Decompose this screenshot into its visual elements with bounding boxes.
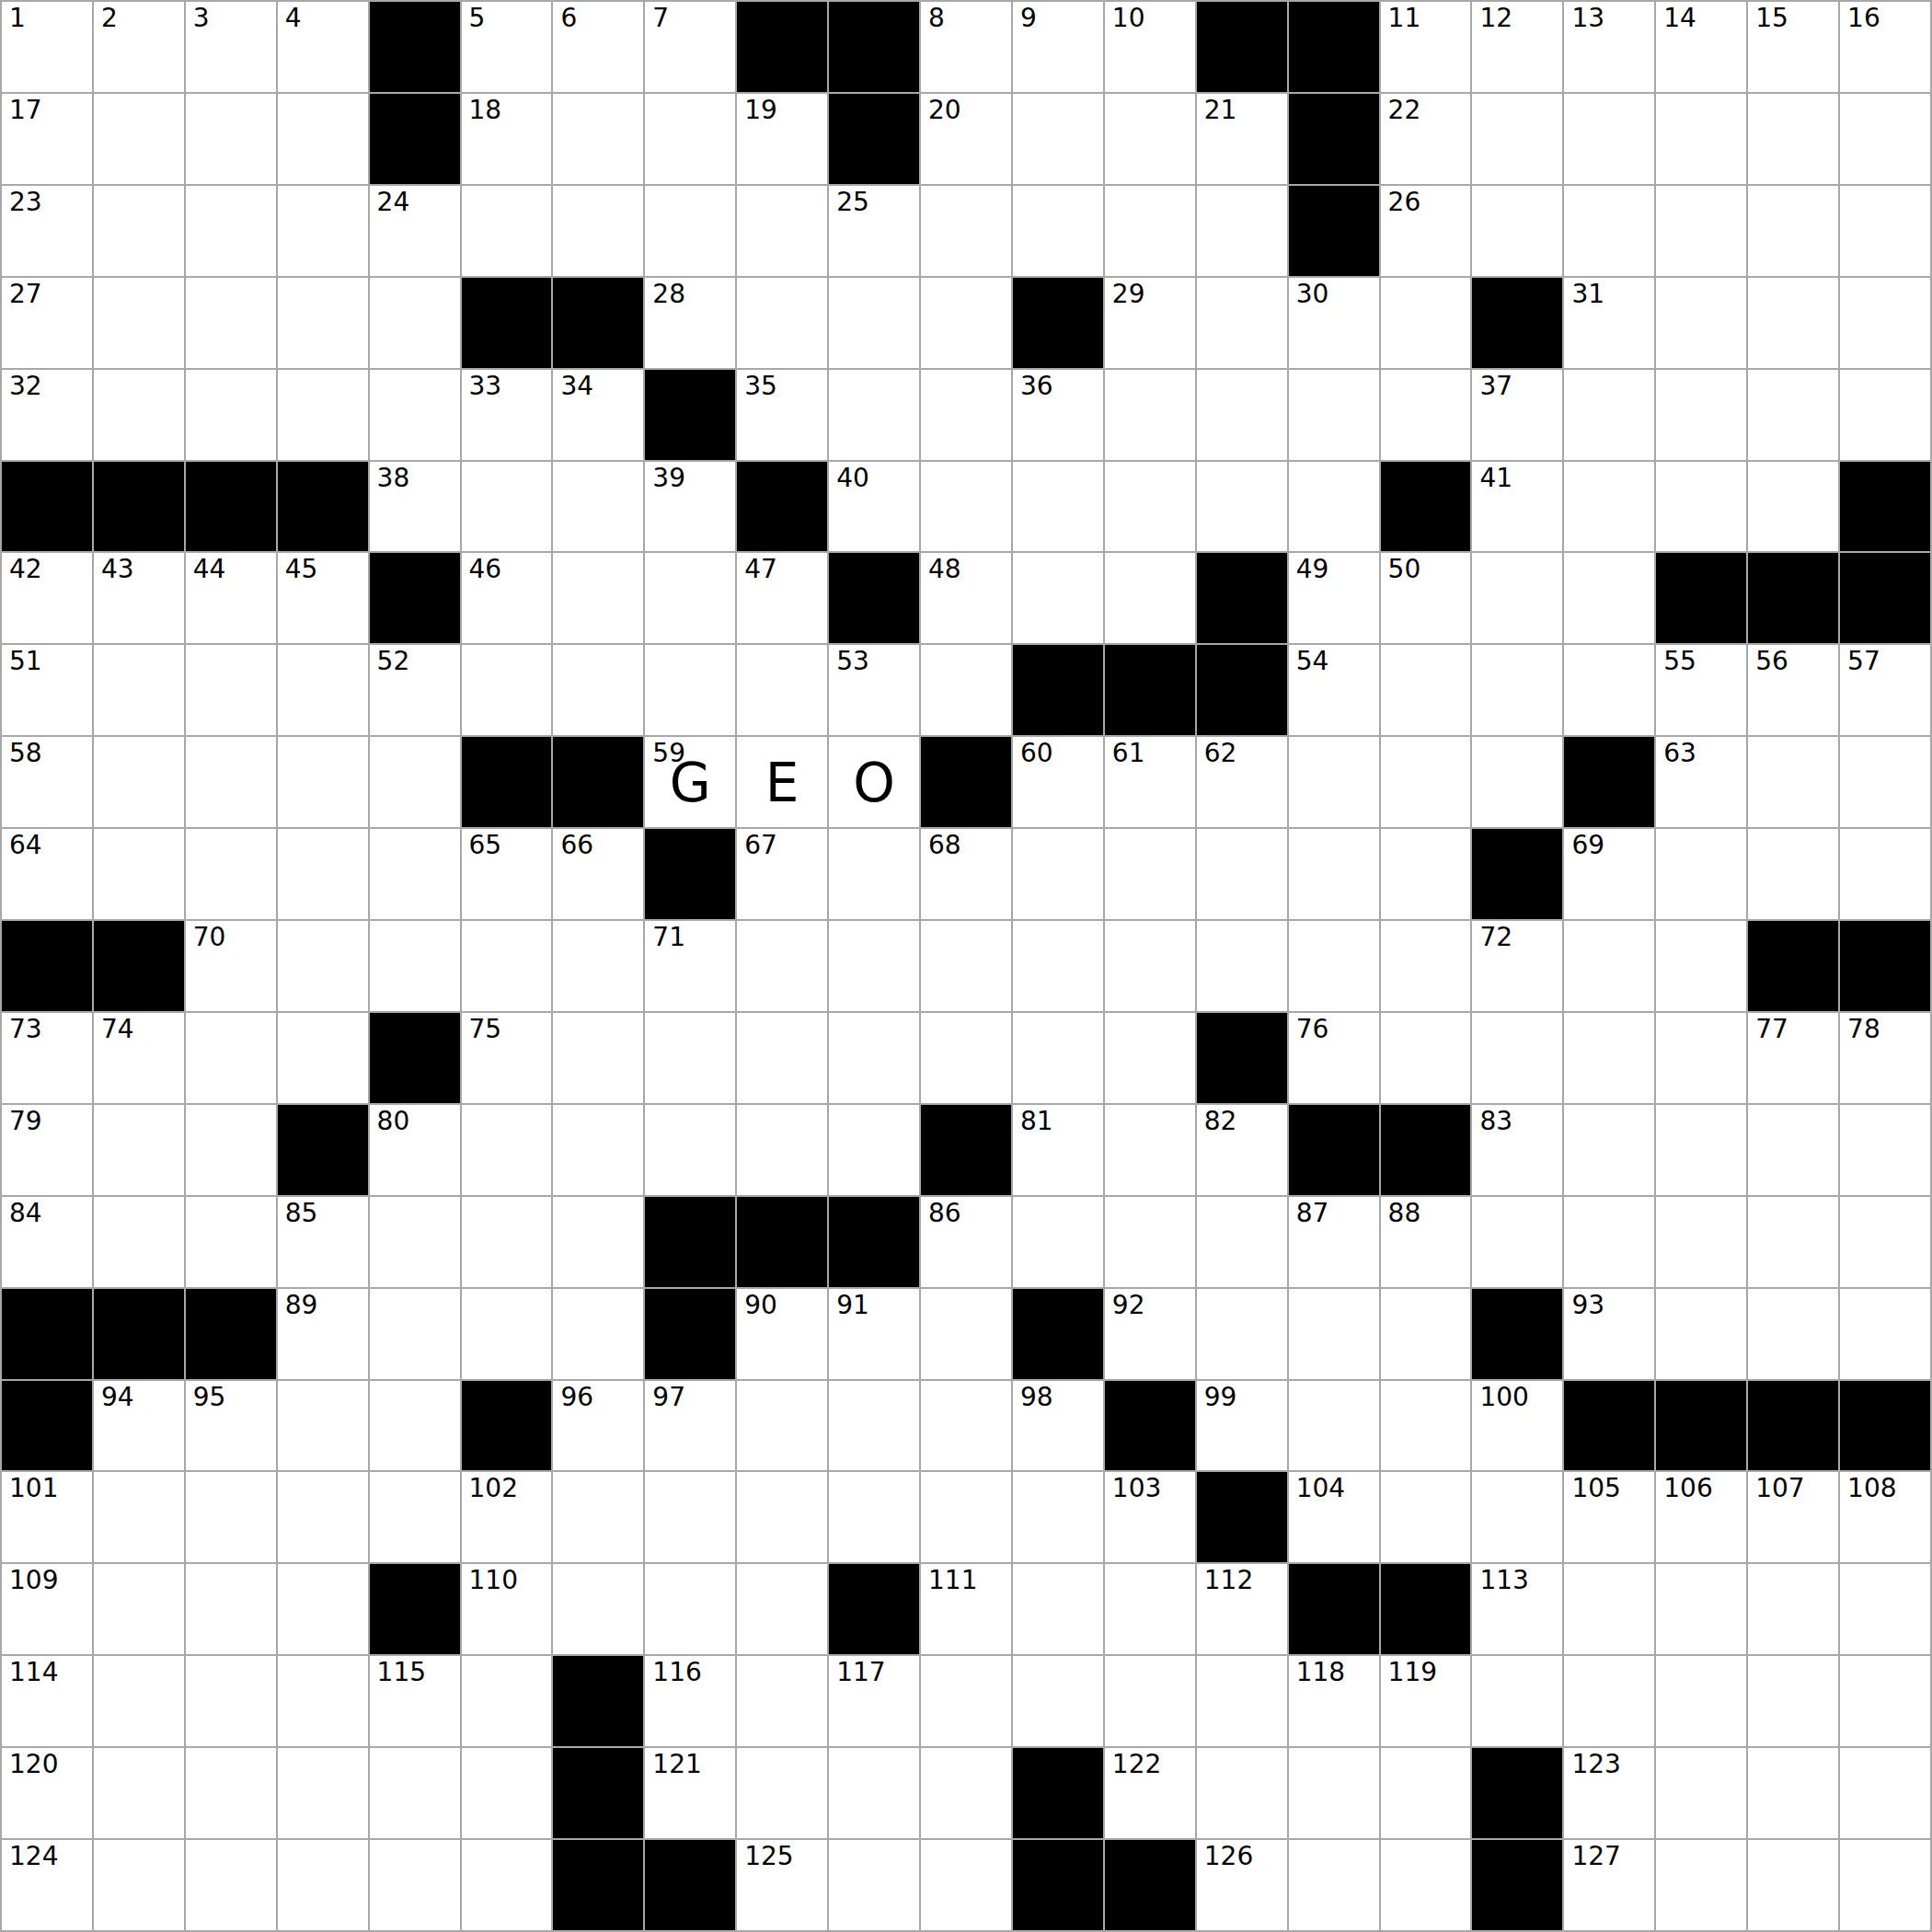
- grid-cell[interactable]: [1013, 553, 1103, 643]
- grid-cell[interactable]: [1289, 370, 1379, 460]
- grid-cell[interactable]: 29: [1105, 278, 1195, 368]
- grid-cell[interactable]: 38: [370, 462, 460, 552]
- grid-cell[interactable]: 67: [737, 829, 827, 919]
- grid-cell[interactable]: [553, 553, 643, 643]
- grid-cell[interactable]: 107: [1748, 1472, 1838, 1562]
- grid-cell[interactable]: 1: [2, 2, 92, 92]
- grid-cell[interactable]: [278, 1381, 368, 1471]
- grid-cell[interactable]: [829, 1381, 919, 1471]
- grid-cell[interactable]: [1013, 1197, 1103, 1287]
- grid-cell[interactable]: 122: [1105, 1748, 1195, 1838]
- grid-cell[interactable]: 24: [370, 186, 460, 276]
- grid-cell[interactable]: [1748, 278, 1838, 368]
- grid-cell[interactable]: [1748, 1840, 1838, 1930]
- grid-cell[interactable]: [737, 278, 827, 368]
- grid-cell[interactable]: [1656, 1840, 1746, 1930]
- grid-cell[interactable]: 93: [1564, 1289, 1654, 1379]
- grid-cell[interactable]: [1656, 278, 1746, 368]
- grid-cell[interactable]: 90: [737, 1289, 827, 1379]
- grid-cell[interactable]: [1472, 737, 1562, 827]
- grid-cell[interactable]: 65: [462, 829, 552, 919]
- grid-cell[interactable]: [1105, 1013, 1195, 1103]
- grid-cell[interactable]: 12: [1472, 2, 1562, 92]
- grid-cell[interactable]: [462, 1748, 552, 1838]
- grid-cell[interactable]: [94, 1748, 184, 1838]
- grid-cell[interactable]: [1748, 462, 1838, 552]
- grid-cell[interactable]: [462, 1656, 552, 1746]
- grid-cell[interactable]: 41: [1472, 462, 1562, 552]
- grid-cell[interactable]: [1381, 1289, 1471, 1379]
- grid-cell[interactable]: 102: [462, 1472, 552, 1562]
- grid-cell[interactable]: [1197, 370, 1287, 460]
- grid-cell[interactable]: [1840, 1840, 1930, 1930]
- grid-cell[interactable]: [1289, 462, 1379, 552]
- grid-cell[interactable]: 21: [1197, 94, 1287, 184]
- grid-cell[interactable]: 98: [1013, 1381, 1103, 1471]
- grid-cell[interactable]: 117: [829, 1656, 919, 1746]
- grid-cell[interactable]: 127: [1564, 1840, 1654, 1930]
- grid-cell[interactable]: [645, 1472, 735, 1562]
- grid-cell[interactable]: [186, 1197, 276, 1287]
- grid-cell[interactable]: 35: [737, 370, 827, 460]
- grid-cell[interactable]: 8: [921, 2, 1011, 92]
- grid-cell[interactable]: [1748, 186, 1838, 276]
- grid-cell[interactable]: [1289, 921, 1379, 1011]
- grid-cell[interactable]: [737, 1656, 827, 1746]
- grid-cell[interactable]: [1381, 1013, 1471, 1103]
- grid-cell[interactable]: [94, 1564, 184, 1654]
- grid-cell[interactable]: [1656, 1197, 1746, 1287]
- grid-cell[interactable]: [645, 94, 735, 184]
- grid-cell[interactable]: 15: [1748, 2, 1838, 92]
- grid-cell[interactable]: 109: [2, 1564, 92, 1654]
- grid-cell[interactable]: [1472, 186, 1562, 276]
- grid-cell[interactable]: 50: [1381, 553, 1471, 643]
- grid-cell[interactable]: [921, 1381, 1011, 1471]
- grid-cell[interactable]: [1748, 1748, 1838, 1838]
- grid-cell[interactable]: 25: [829, 186, 919, 276]
- grid-cell[interactable]: [1013, 94, 1103, 184]
- grid-cell[interactable]: [370, 1472, 460, 1562]
- grid-cell[interactable]: [370, 370, 460, 460]
- grid-cell[interactable]: [278, 645, 368, 735]
- grid-cell[interactable]: [921, 921, 1011, 1011]
- grid-cell[interactable]: [1748, 1105, 1838, 1195]
- grid-cell[interactable]: [645, 1105, 735, 1195]
- grid-cell[interactable]: O: [829, 737, 919, 827]
- grid-cell[interactable]: [1013, 186, 1103, 276]
- grid-cell[interactable]: [278, 186, 368, 276]
- grid-cell[interactable]: [1105, 829, 1195, 919]
- grid-cell[interactable]: [186, 1840, 276, 1930]
- grid-cell[interactable]: [829, 278, 919, 368]
- grid-cell[interactable]: [737, 645, 827, 735]
- grid-cell[interactable]: [1564, 1105, 1654, 1195]
- grid-cell[interactable]: [370, 278, 460, 368]
- grid-cell[interactable]: 47: [737, 553, 827, 643]
- grid-cell[interactable]: [1105, 462, 1195, 552]
- grid-cell[interactable]: [921, 1289, 1011, 1379]
- grid-cell[interactable]: 64: [2, 829, 92, 919]
- grid-cell[interactable]: 13: [1564, 2, 1654, 92]
- grid-cell[interactable]: [1564, 94, 1654, 184]
- grid-cell[interactable]: [1748, 370, 1838, 460]
- grid-cell[interactable]: 74: [94, 1013, 184, 1103]
- grid-cell[interactable]: 115: [370, 1656, 460, 1746]
- grid-cell[interactable]: [1013, 1013, 1103, 1103]
- grid-cell[interactable]: 30: [1289, 278, 1379, 368]
- grid-cell[interactable]: 89: [278, 1289, 368, 1379]
- grid-cell[interactable]: 88: [1381, 1197, 1471, 1287]
- grid-cell[interactable]: [1656, 94, 1746, 184]
- grid-cell[interactable]: [1105, 921, 1195, 1011]
- grid-cell[interactable]: [1564, 1564, 1654, 1654]
- grid-cell[interactable]: [553, 1197, 643, 1287]
- grid-cell[interactable]: [94, 186, 184, 276]
- grid-cell[interactable]: 44: [186, 553, 276, 643]
- grid-cell[interactable]: [645, 553, 735, 643]
- grid-cell[interactable]: 101: [2, 1472, 92, 1562]
- grid-cell[interactable]: 95: [186, 1381, 276, 1471]
- grid-cell[interactable]: 123: [1564, 1748, 1654, 1838]
- grid-cell[interactable]: [1381, 278, 1471, 368]
- grid-cell[interactable]: 48: [921, 553, 1011, 643]
- grid-cell[interactable]: [462, 1840, 552, 1930]
- grid-cell[interactable]: [553, 645, 643, 735]
- grid-cell[interactable]: [829, 921, 919, 1011]
- grid-cell[interactable]: [94, 1656, 184, 1746]
- grid-cell[interactable]: [1289, 829, 1379, 919]
- grid-cell[interactable]: 70: [186, 921, 276, 1011]
- grid-cell[interactable]: [94, 94, 184, 184]
- grid-cell[interactable]: 2: [94, 2, 184, 92]
- grid-cell[interactable]: [278, 1748, 368, 1838]
- grid-cell[interactable]: 72: [1472, 921, 1562, 1011]
- grid-cell[interactable]: [1748, 737, 1838, 827]
- grid-cell[interactable]: [737, 1564, 827, 1654]
- grid-cell[interactable]: [829, 829, 919, 919]
- grid-cell[interactable]: [921, 1656, 1011, 1746]
- grid-cell[interactable]: 84: [2, 1197, 92, 1287]
- grid-cell[interactable]: 80: [370, 1105, 460, 1195]
- grid-cell[interactable]: [1564, 1197, 1654, 1287]
- grid-cell[interactable]: 16: [1840, 2, 1930, 92]
- grid-cell[interactable]: [829, 1840, 919, 1930]
- grid-cell[interactable]: 87: [1289, 1197, 1379, 1287]
- grid-cell[interactable]: [1748, 1289, 1838, 1379]
- grid-cell[interactable]: [1105, 94, 1195, 184]
- grid-cell[interactable]: [553, 1472, 643, 1562]
- grid-cell[interactable]: [1197, 1656, 1287, 1746]
- grid-cell[interactable]: [186, 278, 276, 368]
- grid-cell[interactable]: [1472, 1013, 1562, 1103]
- grid-cell[interactable]: 10: [1105, 2, 1195, 92]
- grid-cell[interactable]: [1840, 1564, 1930, 1654]
- grid-cell[interactable]: 26: [1381, 186, 1471, 276]
- grid-cell[interactable]: [829, 1013, 919, 1103]
- grid-cell[interactable]: [278, 1472, 368, 1562]
- grid-cell[interactable]: [1564, 921, 1654, 1011]
- grid-cell[interactable]: [94, 1472, 184, 1562]
- grid-cell[interactable]: 119: [1381, 1656, 1471, 1746]
- grid-cell[interactable]: [1472, 94, 1562, 184]
- grid-cell[interactable]: 33: [462, 370, 552, 460]
- grid-cell[interactable]: [921, 1472, 1011, 1562]
- grid-cell[interactable]: 58: [2, 737, 92, 827]
- grid-cell[interactable]: 39: [645, 462, 735, 552]
- grid-cell[interactable]: 31: [1564, 278, 1654, 368]
- grid-cell[interactable]: [1840, 1656, 1930, 1746]
- grid-cell[interactable]: [462, 1105, 552, 1195]
- grid-cell[interactable]: 73: [2, 1013, 92, 1103]
- grid-cell[interactable]: [94, 1105, 184, 1195]
- grid-cell[interactable]: [829, 370, 919, 460]
- grid-cell[interactable]: 100: [1472, 1381, 1562, 1471]
- grid-cell[interactable]: 78: [1840, 1013, 1930, 1103]
- grid-cell[interactable]: 46: [462, 553, 552, 643]
- grid-cell[interactable]: 5: [462, 2, 552, 92]
- grid-cell[interactable]: [1656, 1105, 1746, 1195]
- grid-cell[interactable]: 17: [2, 94, 92, 184]
- grid-cell[interactable]: [1289, 1748, 1379, 1838]
- grid-cell[interactable]: [645, 186, 735, 276]
- grid-cell[interactable]: E: [737, 737, 827, 827]
- grid-cell[interactable]: [737, 1105, 827, 1195]
- grid-cell[interactable]: [1656, 462, 1746, 552]
- grid-cell[interactable]: 28: [645, 278, 735, 368]
- grid-cell[interactable]: [645, 1013, 735, 1103]
- grid-cell[interactable]: [829, 1472, 919, 1562]
- grid-cell[interactable]: [94, 829, 184, 919]
- grid-cell[interactable]: [278, 1656, 368, 1746]
- grid-cell[interactable]: 66: [553, 829, 643, 919]
- grid-cell[interactable]: [1656, 829, 1746, 919]
- grid-cell[interactable]: [94, 737, 184, 827]
- grid-cell[interactable]: 55: [1656, 645, 1746, 735]
- grid-cell[interactable]: 120: [2, 1748, 92, 1838]
- grid-cell[interactable]: [1197, 1748, 1287, 1838]
- grid-cell[interactable]: [278, 1840, 368, 1930]
- grid-cell[interactable]: [1840, 94, 1930, 184]
- grid-cell[interactable]: [1840, 1748, 1930, 1838]
- grid-cell[interactable]: [1656, 921, 1746, 1011]
- grid-cell[interactable]: 77: [1748, 1013, 1838, 1103]
- grid-cell[interactable]: [186, 645, 276, 735]
- grid-cell[interactable]: [186, 94, 276, 184]
- grid-cell[interactable]: 57: [1840, 645, 1930, 735]
- grid-cell[interactable]: [1840, 278, 1930, 368]
- grid-cell[interactable]: 54: [1289, 645, 1379, 735]
- grid-cell[interactable]: [278, 370, 368, 460]
- grid-cell[interactable]: 94: [94, 1381, 184, 1471]
- grid-cell[interactable]: [553, 462, 643, 552]
- grid-cell[interactable]: 22: [1381, 94, 1471, 184]
- grid-cell[interactable]: 11: [1381, 2, 1471, 92]
- grid-cell[interactable]: 125: [737, 1840, 827, 1930]
- grid-cell[interactable]: 81: [1013, 1105, 1103, 1195]
- grid-cell[interactable]: [94, 645, 184, 735]
- grid-cell[interactable]: 20: [921, 94, 1011, 184]
- grid-cell[interactable]: 63: [1656, 737, 1746, 827]
- grid-cell[interactable]: [462, 462, 552, 552]
- grid-cell[interactable]: [1381, 1472, 1471, 1562]
- grid-cell[interactable]: [370, 1197, 460, 1287]
- grid-cell[interactable]: 126: [1197, 1840, 1287, 1930]
- grid-cell[interactable]: [1564, 370, 1654, 460]
- grid-cell[interactable]: 108: [1840, 1472, 1930, 1562]
- grid-cell[interactable]: [94, 1840, 184, 1930]
- grid-cell[interactable]: [1197, 186, 1287, 276]
- grid-cell[interactable]: 104: [1289, 1472, 1379, 1562]
- grid-cell[interactable]: 85: [278, 1197, 368, 1287]
- grid-cell[interactable]: 7: [645, 2, 735, 92]
- grid-cell[interactable]: [921, 645, 1011, 735]
- grid-cell[interactable]: [186, 1472, 276, 1562]
- grid-cell[interactable]: [1656, 1748, 1746, 1838]
- grid-cell[interactable]: [553, 186, 643, 276]
- grid-cell[interactable]: [1840, 737, 1930, 827]
- grid-cell[interactable]: [370, 1289, 460, 1379]
- grid-cell[interactable]: 23: [2, 186, 92, 276]
- grid-cell[interactable]: [737, 1748, 827, 1838]
- grid-cell[interactable]: [1381, 829, 1471, 919]
- grid-cell[interactable]: [1105, 1656, 1195, 1746]
- grid-cell[interactable]: [553, 921, 643, 1011]
- grid-cell[interactable]: [462, 1197, 552, 1287]
- grid-cell[interactable]: [1840, 829, 1930, 919]
- grid-cell[interactable]: [278, 737, 368, 827]
- grid-cell[interactable]: 113: [1472, 1564, 1562, 1654]
- grid-cell[interactable]: 62: [1197, 737, 1287, 827]
- grid-cell[interactable]: [1381, 921, 1471, 1011]
- grid-cell[interactable]: [186, 1656, 276, 1746]
- grid-cell[interactable]: [1472, 1197, 1562, 1287]
- grid-cell[interactable]: [829, 1748, 919, 1838]
- grid-cell[interactable]: [186, 1013, 276, 1103]
- grid-cell[interactable]: [1013, 1472, 1103, 1562]
- grid-cell[interactable]: [278, 94, 368, 184]
- grid-cell[interactable]: 96: [553, 1381, 643, 1471]
- grid-cell[interactable]: 61: [1105, 737, 1195, 827]
- grid-cell[interactable]: [553, 1013, 643, 1103]
- grid-cell[interactable]: 91: [829, 1289, 919, 1379]
- grid-cell[interactable]: [1013, 462, 1103, 552]
- grid-cell[interactable]: 19: [737, 94, 827, 184]
- grid-cell[interactable]: 53: [829, 645, 919, 735]
- grid-cell[interactable]: [553, 94, 643, 184]
- grid-cell[interactable]: [1197, 1197, 1287, 1287]
- grid-cell[interactable]: [1748, 94, 1838, 184]
- grid-cell[interactable]: [1472, 1656, 1562, 1746]
- grid-cell[interactable]: [1381, 645, 1471, 735]
- grid-cell[interactable]: [1656, 1564, 1746, 1654]
- grid-cell[interactable]: [1197, 462, 1287, 552]
- grid-cell[interactable]: [1748, 829, 1838, 919]
- grid-cell[interactable]: [186, 1105, 276, 1195]
- grid-cell[interactable]: [737, 186, 827, 276]
- grid-cell[interactable]: [370, 1840, 460, 1930]
- grid-cell[interactable]: [1564, 645, 1654, 735]
- grid-cell[interactable]: [1564, 1013, 1654, 1103]
- grid-cell[interactable]: [1197, 829, 1287, 919]
- grid-cell[interactable]: [1472, 553, 1562, 643]
- grid-cell[interactable]: [1197, 921, 1287, 1011]
- grid-cell[interactable]: 76: [1289, 1013, 1379, 1103]
- grid-cell[interactable]: [645, 1564, 735, 1654]
- grid-cell[interactable]: [921, 1840, 1011, 1930]
- grid-cell[interactable]: [1656, 1656, 1746, 1746]
- grid-cell[interactable]: [1381, 737, 1471, 827]
- grid-cell[interactable]: [1289, 1840, 1379, 1930]
- grid-cell[interactable]: [370, 1381, 460, 1471]
- grid-cell[interactable]: 68: [921, 829, 1011, 919]
- grid-cell[interactable]: 99: [1197, 1381, 1287, 1471]
- grid-cell[interactable]: [1656, 1013, 1746, 1103]
- grid-cell[interactable]: 4: [278, 2, 368, 92]
- grid-cell[interactable]: [737, 1013, 827, 1103]
- grid-cell[interactable]: [278, 278, 368, 368]
- grid-cell[interactable]: [370, 829, 460, 919]
- grid-cell[interactable]: 79: [2, 1105, 92, 1195]
- grid-cell[interactable]: 52: [370, 645, 460, 735]
- grid-cell[interactable]: 36: [1013, 370, 1103, 460]
- grid-cell[interactable]: [1564, 1656, 1654, 1746]
- grid-cell[interactable]: [1105, 1105, 1195, 1195]
- grid-cell[interactable]: [1013, 829, 1103, 919]
- grid-cell[interactable]: 121: [645, 1748, 735, 1838]
- grid-cell[interactable]: 51: [2, 645, 92, 735]
- grid-cell[interactable]: 106: [1656, 1472, 1746, 1562]
- grid-cell[interactable]: [1289, 1289, 1379, 1379]
- grid-cell[interactable]: [1656, 370, 1746, 460]
- grid-cell[interactable]: [1472, 645, 1562, 735]
- grid-cell[interactable]: [1381, 370, 1471, 460]
- grid-cell[interactable]: [921, 1748, 1011, 1838]
- grid-cell[interactable]: [278, 921, 368, 1011]
- grid-cell[interactable]: 3: [186, 2, 276, 92]
- grid-cell[interactable]: [186, 737, 276, 827]
- grid-cell[interactable]: [186, 1564, 276, 1654]
- grid-cell[interactable]: 83: [1472, 1105, 1562, 1195]
- grid-cell[interactable]: [462, 1289, 552, 1379]
- grid-cell[interactable]: 97: [645, 1381, 735, 1471]
- grid-cell[interactable]: [737, 1381, 827, 1471]
- grid-cell[interactable]: [370, 1748, 460, 1838]
- grid-cell[interactable]: 27: [2, 278, 92, 368]
- grid-cell[interactable]: [1840, 186, 1930, 276]
- grid-cell[interactable]: [1656, 186, 1746, 276]
- grid-cell[interactable]: [186, 370, 276, 460]
- grid-cell[interactable]: [1013, 1656, 1103, 1746]
- grid-cell[interactable]: [1197, 278, 1287, 368]
- grid-cell[interactable]: [186, 829, 276, 919]
- grid-cell[interactable]: [1105, 1564, 1195, 1654]
- grid-cell[interactable]: [737, 1472, 827, 1562]
- grid-cell[interactable]: [94, 278, 184, 368]
- grid-cell[interactable]: 92: [1105, 1289, 1195, 1379]
- grid-cell[interactable]: [1748, 1564, 1838, 1654]
- grid-cell[interactable]: 14: [1656, 2, 1746, 92]
- grid-cell[interactable]: 114: [2, 1656, 92, 1746]
- grid-cell[interactable]: [1472, 1472, 1562, 1562]
- grid-cell[interactable]: 42: [2, 553, 92, 643]
- grid-cell[interactable]: [1564, 186, 1654, 276]
- grid-cell[interactable]: [553, 1105, 643, 1195]
- grid-cell[interactable]: 9: [1013, 2, 1103, 92]
- grid-cell[interactable]: [921, 462, 1011, 552]
- grid-cell[interactable]: [921, 186, 1011, 276]
- grid-cell[interactable]: [1748, 1197, 1838, 1287]
